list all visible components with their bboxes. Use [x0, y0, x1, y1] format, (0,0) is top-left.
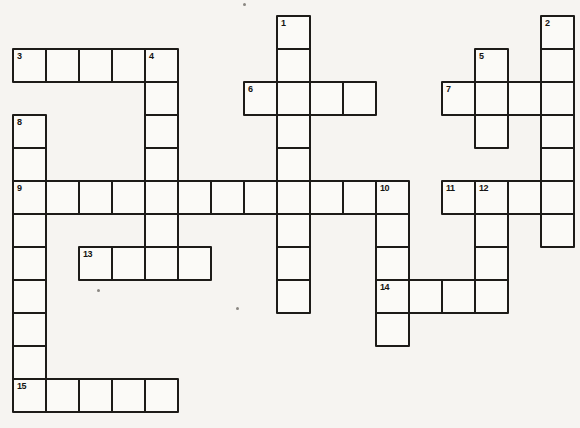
grid-cell[interactable]	[276, 48, 311, 83]
grid-cell[interactable]	[441, 279, 476, 314]
grid-cell[interactable]: 14	[375, 279, 410, 314]
grid-cell[interactable]	[12, 213, 47, 248]
grid-cell[interactable]	[12, 345, 47, 380]
grid-cell[interactable]: 6	[243, 81, 278, 116]
clue-number: 3	[17, 51, 22, 61]
grid-cell[interactable]	[177, 180, 212, 215]
scan-speck	[243, 3, 246, 6]
grid-cell[interactable]	[276, 114, 311, 149]
grid-cell[interactable]	[12, 246, 47, 281]
grid-cell[interactable]	[144, 81, 179, 116]
clue-number: 12	[479, 183, 488, 193]
grid-cell[interactable]	[144, 378, 179, 413]
grid-cell[interactable]	[111, 378, 146, 413]
grid-cell[interactable]	[474, 114, 509, 149]
grid-cell[interactable]	[276, 213, 311, 248]
grid-cell[interactable]	[474, 279, 509, 314]
grid-cell[interactable]	[78, 180, 113, 215]
grid-cell[interactable]: 1	[276, 15, 311, 50]
grid-cell[interactable]	[45, 180, 80, 215]
grid-cell[interactable]	[540, 147, 575, 182]
grid-cell[interactable]	[342, 81, 377, 116]
grid-cell[interactable]	[111, 180, 146, 215]
grid-cell[interactable]	[342, 180, 377, 215]
clue-number: 1	[281, 18, 286, 28]
grid-cell[interactable]	[177, 246, 212, 281]
clue-number: 7	[446, 84, 451, 94]
grid-cell[interactable]	[375, 213, 410, 248]
grid-cell[interactable]	[375, 312, 410, 347]
clue-number: 10	[380, 183, 389, 193]
clue-number: 11	[446, 183, 455, 193]
grid-cell[interactable]	[111, 48, 146, 83]
clue-number: 13	[83, 249, 92, 259]
grid-cell[interactable]	[12, 312, 47, 347]
grid-cell[interactable]	[540, 114, 575, 149]
clue-number: 15	[17, 381, 26, 391]
grid-cell[interactable]	[276, 279, 311, 314]
scan-speck	[236, 307, 239, 310]
grid-cell[interactable]	[12, 279, 47, 314]
grid-cell[interactable]	[309, 81, 344, 116]
crossword-page: 123456789101112131415	[0, 0, 580, 428]
grid-cell[interactable]	[144, 180, 179, 215]
grid-cell[interactable]: 9	[12, 180, 47, 215]
grid-cell[interactable]	[12, 147, 47, 182]
grid-cell[interactable]: 12	[474, 180, 509, 215]
grid-cell[interactable]: 5	[474, 48, 509, 83]
grid-cell[interactable]	[276, 180, 311, 215]
grid-cell[interactable]	[474, 246, 509, 281]
grid-cell[interactable]	[375, 246, 410, 281]
grid-cell[interactable]	[78, 378, 113, 413]
grid-cell[interactable]	[540, 48, 575, 83]
grid-cell[interactable]	[474, 81, 509, 116]
grid-cell[interactable]	[507, 81, 542, 116]
grid-cell[interactable]	[210, 180, 245, 215]
clue-number: 8	[17, 117, 22, 127]
grid-cell[interactable]	[144, 114, 179, 149]
clue-number: 9	[17, 183, 22, 193]
grid-cell[interactable]: 11	[441, 180, 476, 215]
grid-cell[interactable]: 7	[441, 81, 476, 116]
grid-cell[interactable]	[78, 48, 113, 83]
clue-number: 6	[248, 84, 253, 94]
grid-cell[interactable]	[144, 246, 179, 281]
crossword-grid: 123456789101112131415	[12, 15, 573, 411]
clue-number: 14	[380, 282, 389, 292]
grid-cell[interactable]	[276, 147, 311, 182]
grid-cell[interactable]	[540, 213, 575, 248]
grid-cell[interactable]	[540, 180, 575, 215]
grid-cell[interactable]: 2	[540, 15, 575, 50]
grid-cell[interactable]	[408, 279, 443, 314]
grid-cell[interactable]	[45, 378, 80, 413]
grid-cell[interactable]	[111, 246, 146, 281]
grid-cell[interactable]	[243, 180, 278, 215]
grid-cell[interactable]: 8	[12, 114, 47, 149]
grid-cell[interactable]: 3	[12, 48, 47, 83]
scan-speck	[97, 289, 100, 292]
grid-cell[interactable]	[45, 48, 80, 83]
clue-number: 4	[149, 51, 154, 61]
grid-cell[interactable]	[144, 213, 179, 248]
grid-cell[interactable]	[507, 180, 542, 215]
grid-cell[interactable]: 15	[12, 378, 47, 413]
grid-cell[interactable]	[144, 147, 179, 182]
grid-cell[interactable]	[309, 180, 344, 215]
grid-cell[interactable]: 10	[375, 180, 410, 215]
grid-cell[interactable]	[276, 81, 311, 116]
clue-number: 5	[479, 51, 484, 61]
clue-number: 2	[545, 18, 550, 28]
grid-cell[interactable]: 13	[78, 246, 113, 281]
grid-cell[interactable]	[276, 246, 311, 281]
grid-cell[interactable]	[474, 213, 509, 248]
grid-cell[interactable]	[540, 81, 575, 116]
grid-cell[interactable]: 4	[144, 48, 179, 83]
